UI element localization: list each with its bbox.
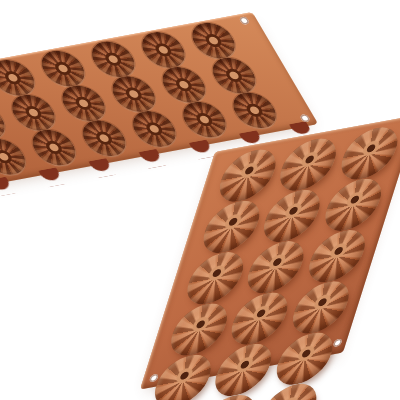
kugelhopf-dome <box>241 237 311 298</box>
kugelhopf-cavity <box>54 83 112 125</box>
kugelhopf-cavity <box>225 89 283 131</box>
kugelhopf-cavity <box>134 29 192 71</box>
kugelhopf-dome <box>302 226 372 287</box>
kugelhopf-cavity <box>0 136 32 178</box>
kugelhopf-dome <box>196 196 266 257</box>
kugelhopf-cavity <box>84 38 142 80</box>
kugelhopf-cavity <box>0 57 41 99</box>
kugelhopf-dome <box>164 299 234 360</box>
kugelhopf-cavity <box>205 55 263 97</box>
kugelhopf-dome <box>274 134 344 195</box>
kugelhopf-dome <box>335 123 400 184</box>
kugelhopf-dome <box>258 185 328 246</box>
kugelhopf-dome <box>270 328 340 389</box>
kugelhopf-cavity <box>104 73 162 115</box>
kugelhopf-dome <box>213 145 283 206</box>
kugelhopf-dome <box>286 277 356 338</box>
kugelhopf-cavity <box>25 127 83 169</box>
kugelhopf-dome <box>209 339 279 400</box>
kugelhopf-cavity <box>34 48 92 90</box>
kugelhopf-cavity <box>75 117 133 159</box>
product-photo <box>0 0 400 400</box>
kugelhopf-cavity <box>175 99 233 141</box>
kugelhopf-cavity <box>125 108 183 150</box>
kugelhopf-cavity <box>154 64 212 106</box>
kugelhopf-cavity <box>0 101 12 143</box>
kugelhopf-cavity <box>4 92 62 134</box>
kugelhopf-cavity <box>184 20 242 62</box>
kugelhopf-dome <box>319 174 389 235</box>
kugelhopf-dome <box>180 248 250 309</box>
kugelhopf-dome <box>225 288 295 349</box>
